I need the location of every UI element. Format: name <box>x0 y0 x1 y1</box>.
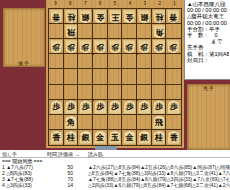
file-label: 1 <box>167 0 182 8</box>
shogi-piece[interactable]: 銀 <box>138 10 151 24</box>
shogi-piece[interactable]: 香 <box>167 131 180 145</box>
shogi-piece[interactable]: 歩 <box>94 40 107 54</box>
board-cell[interactable] <box>108 69 123 84</box>
board-cell[interactable] <box>166 85 181 100</box>
shogi-piece[interactable]: 銀 <box>79 131 92 145</box>
shogi-piece[interactable]: 歩 <box>153 100 166 114</box>
sente-stand-label: 先手 <box>203 85 215 91</box>
shogi-piece[interactable]: 歩 <box>65 40 78 54</box>
shogi-piece[interactable]: 銀 <box>79 10 92 24</box>
shogi-piece[interactable]: 王 <box>109 10 122 24</box>
shogi-piece[interactable]: 玉 <box>109 131 122 145</box>
board-cell[interactable] <box>49 115 64 130</box>
shogi-piece[interactable]: 桂 <box>153 10 166 24</box>
board-cell[interactable] <box>137 24 152 39</box>
date-label: 対局日： <box>187 57 229 63</box>
shogi-piece[interactable]: 歩 <box>94 100 107 114</box>
shogi-piece[interactable]: 金 <box>94 131 107 145</box>
analysis-header-cell: ← <box>74 151 82 157</box>
gote-player-name: △藤井聡太竜王 <box>187 13 229 19</box>
analysis-header-cell: 読み筋 <box>82 151 230 157</box>
analysis-cell: 4 △3四歩(33) <box>0 182 44 188</box>
file-label: 4 <box>122 0 137 8</box>
sente-piece-stand[interactable]: 先手 <box>187 84 230 150</box>
board-cell[interactable] <box>49 85 64 100</box>
shogi-piece[interactable]: 歩 <box>50 40 63 54</box>
board-cell[interactable] <box>78 54 93 69</box>
shogi-piece[interactable]: 金 <box>123 10 136 24</box>
board-cell[interactable] <box>108 54 123 69</box>
file-label: 2 <box>152 0 167 8</box>
board-cell[interactable] <box>93 54 108 69</box>
analysis-header-cell: 評価値 <box>57 151 74 157</box>
shogi-piece[interactable]: 香 <box>50 131 63 145</box>
shogi-piece[interactable]: 金 <box>123 131 136 145</box>
game-info-panel: ▲山本昌隆八段 00:00 / 00:00:00 △藤井聡太竜王 00:00 /… <box>184 0 230 80</box>
shogi-piece[interactable]: 歩 <box>138 100 151 114</box>
board-cell[interactable] <box>122 69 137 84</box>
board-cell[interactable] <box>64 85 79 100</box>
board-cell[interactable] <box>122 115 137 130</box>
shogi-piece[interactable]: 歩 <box>50 100 63 114</box>
board-cell[interactable] <box>166 115 181 130</box>
board-cell[interactable] <box>122 24 137 39</box>
board-cell[interactable] <box>78 85 93 100</box>
file-labels: 987654321 <box>48 0 182 8</box>
analysis-row[interactable]: 4 △3四歩(33)14△3四歩(33)▲6八銀(79)△8五歩(84)▲7七銀… <box>0 182 230 188</box>
analysis-table: 指し手時間評価値←読み筋 === 開始局面 ===1 ▲7六歩(77)50▲2六… <box>0 150 230 190</box>
board-cell[interactable] <box>78 24 93 39</box>
board-cell[interactable] <box>166 69 181 84</box>
board-cell[interactable] <box>49 69 64 84</box>
board-cell[interactable] <box>166 54 181 69</box>
file-label: 8 <box>63 0 78 8</box>
gote-clock: 00:00 / 00:00:00 <box>187 20 229 26</box>
board-cell[interactable] <box>152 85 167 100</box>
shogi-piece[interactable]: 桂 <box>65 131 78 145</box>
board-cell[interactable] <box>137 69 152 84</box>
board-cell[interactable] <box>108 24 123 39</box>
shogi-piece[interactable]: 歩 <box>138 40 151 54</box>
board-cell[interactable] <box>78 115 93 130</box>
file-label: 6 <box>93 0 108 8</box>
board-cell[interactable] <box>152 69 167 84</box>
board-cell[interactable] <box>166 24 181 39</box>
hoshi-dot <box>136 99 138 101</box>
analysis-header-cell: 時間 <box>44 151 57 157</box>
shogi-piece[interactable]: 香 <box>50 10 63 24</box>
shogi-piece[interactable]: 歩 <box>153 40 166 54</box>
shogi-piece[interactable]: 歩 <box>109 100 122 114</box>
board-cell[interactable] <box>78 69 93 84</box>
hoshi-dot <box>92 99 94 101</box>
board-cell[interactable] <box>93 115 108 130</box>
analysis-header-row: 指し手時間評価値←読み筋 <box>0 150 230 158</box>
file-label: 5 <box>108 0 123 8</box>
shogi-piece[interactable]: 歩 <box>79 100 92 114</box>
board-cell[interactable] <box>64 69 79 84</box>
analysis-header-cell: 指し手 <box>0 151 44 157</box>
board-cell[interactable] <box>108 115 123 130</box>
board-cell[interactable] <box>122 54 137 69</box>
shogi-piece[interactable]: 銀 <box>138 131 151 145</box>
gote-piece-stand[interactable]: 後手 <box>3 8 45 67</box>
board-cell[interactable] <box>49 54 64 69</box>
board-cell[interactable] <box>152 54 167 69</box>
board-cell[interactable] <box>137 115 152 130</box>
board-cell[interactable] <box>64 54 79 69</box>
file-label: 7 <box>78 0 93 8</box>
shogi-piece[interactable]: 香 <box>167 10 180 24</box>
shogi-piece[interactable]: 歩 <box>109 40 122 54</box>
board-cell[interactable] <box>108 85 123 100</box>
shogi-piece[interactable]: 角 <box>65 116 78 130</box>
board-grid-box: 香桂銀金王金銀桂香飛角歩歩歩歩歩歩歩歩歩歩歩歩歩歩歩歩歩歩角飛香桂銀金玉金銀桂香 <box>48 8 182 146</box>
board-cell[interactable] <box>93 69 108 84</box>
shogi-piece[interactable]: 角 <box>153 25 166 39</box>
shogi-piece[interactable]: 歩 <box>65 100 78 114</box>
board-cell[interactable] <box>93 85 108 100</box>
shogi-piece[interactable]: 桂 <box>153 131 166 145</box>
file-label: 9 <box>48 0 63 8</box>
board-cell[interactable] <box>122 85 137 100</box>
analysis-body: === 開始局面 ===1 ▲7六歩(77)50▲2六歩(27)△8五歩(84)… <box>0 158 230 188</box>
shogi-piece[interactable]: 桂 <box>65 10 78 24</box>
shogi-board: 987654321 香桂銀金王金銀桂香飛角歩歩歩歩歩歩歩歩歩歩歩歩歩歩歩歩歩歩角… <box>46 0 184 148</box>
shogi-piece[interactable]: 飛 <box>65 25 78 39</box>
shogi-piece[interactable]: 金 <box>94 10 107 24</box>
board-cell[interactable] <box>137 85 152 100</box>
file-label: 3 <box>137 0 152 8</box>
board-cell[interactable] <box>49 24 64 39</box>
shogi-piece[interactable]: 飛 <box>153 116 166 130</box>
analysis-cell: 14 <box>57 182 74 188</box>
board-cell[interactable] <box>93 24 108 39</box>
shogi-piece[interactable]: 歩 <box>123 100 136 114</box>
board-cell[interactable] <box>137 54 152 69</box>
analysis-cell: △3四歩(33)▲6八銀(79)△8五歩(84)▲7七銀(68)△3二金(41)… <box>82 182 230 188</box>
shogi-piece[interactable]: 歩 <box>167 100 180 114</box>
shogi-app: { "game": "shogi", "position": { "sfen":… <box>0 0 230 190</box>
gote-stand-label: 後手 <box>18 60 30 66</box>
event-label: 棋 戦：第1回ABEMA <box>187 51 229 57</box>
